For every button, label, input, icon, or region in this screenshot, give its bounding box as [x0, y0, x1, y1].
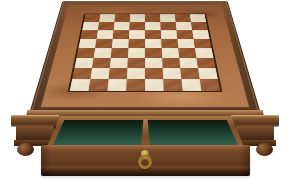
square[interactable] — [109, 68, 128, 79]
square[interactable] — [99, 14, 115, 22]
square[interactable] — [76, 48, 95, 58]
square[interactable] — [128, 39, 145, 48]
square[interactable] — [80, 30, 97, 39]
square[interactable] — [196, 58, 215, 68]
square[interactable] — [198, 68, 218, 79]
bun-foot-right — [256, 143, 273, 156]
square[interactable] — [145, 79, 164, 91]
square[interactable] — [175, 14, 191, 22]
square[interactable] — [130, 14, 145, 22]
square[interactable] — [162, 58, 180, 68]
square[interactable] — [161, 30, 178, 39]
board-burl-border — [41, 5, 249, 107]
square[interactable] — [70, 79, 91, 91]
square[interactable] — [160, 22, 176, 30]
square[interactable] — [145, 68, 163, 79]
square[interactable] — [96, 30, 113, 39]
square[interactable] — [163, 79, 182, 91]
square[interactable] — [113, 30, 130, 39]
square[interactable] — [176, 22, 193, 30]
square[interactable] — [128, 48, 145, 58]
chessboard-product-photo — [0, 0, 290, 189]
square[interactable] — [90, 68, 109, 79]
square[interactable] — [178, 48, 196, 58]
square[interactable] — [160, 14, 176, 22]
square[interactable] — [180, 68, 199, 79]
square[interactable] — [92, 58, 111, 68]
square[interactable] — [84, 14, 101, 22]
square[interactable] — [176, 30, 193, 39]
square[interactable] — [127, 68, 145, 79]
board-outer-walnut-frame — [29, 1, 261, 114]
square[interactable] — [195, 48, 214, 58]
drawer-ring-handle-icon[interactable] — [138, 155, 152, 169]
square[interactable] — [162, 48, 180, 58]
square[interactable] — [191, 22, 208, 30]
square[interactable] — [145, 48, 162, 58]
square[interactable] — [114, 22, 130, 30]
square[interactable] — [114, 14, 130, 22]
square[interactable] — [163, 68, 182, 79]
square[interactable] — [74, 58, 93, 68]
square[interactable] — [112, 39, 129, 48]
square[interactable] — [89, 79, 109, 91]
square[interactable] — [129, 22, 145, 30]
square[interactable] — [129, 30, 145, 39]
square[interactable] — [177, 39, 195, 48]
bun-foot-left — [17, 143, 34, 156]
square[interactable] — [72, 68, 92, 79]
square[interactable] — [110, 58, 128, 68]
square[interactable] — [145, 30, 161, 39]
square[interactable] — [111, 48, 129, 58]
square[interactable] — [200, 79, 221, 91]
square[interactable] — [94, 48, 112, 58]
square[interactable] — [95, 39, 113, 48]
square[interactable] — [161, 39, 178, 48]
square[interactable] — [127, 58, 145, 68]
board-pinstripe-border — [68, 14, 223, 93]
chess-grid[interactable] — [70, 14, 221, 91]
square[interactable] — [145, 58, 163, 68]
square[interactable] — [192, 30, 209, 39]
square[interactable] — [194, 39, 212, 48]
square[interactable] — [78, 39, 96, 48]
square[interactable] — [145, 22, 161, 30]
square[interactable] — [179, 58, 198, 68]
square[interactable] — [98, 22, 115, 30]
square[interactable] — [181, 79, 201, 91]
square[interactable] — [145, 14, 160, 22]
square[interactable] — [107, 79, 126, 91]
square[interactable] — [126, 79, 145, 91]
square[interactable] — [82, 22, 99, 30]
square[interactable] — [190, 14, 207, 22]
square[interactable] — [145, 39, 162, 48]
chess-board-top — [29, 1, 261, 114]
